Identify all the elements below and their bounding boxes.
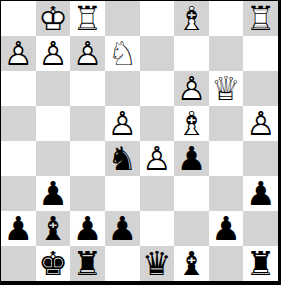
square-e8[interactable] [105, 246, 140, 281]
black-piece-glyph: ♛ [140, 246, 175, 281]
white-pawn-icon: ♟♙ [1, 36, 36, 71]
square-f6[interactable] [70, 176, 105, 211]
square-g2[interactable]: ♟♙ [36, 36, 71, 71]
square-b6[interactable] [209, 176, 244, 211]
square-h3[interactable] [1, 71, 36, 106]
white-bishop-icon: ♝♗ [174, 106, 209, 141]
white-pawn-icon: ♟♙ [243, 106, 278, 141]
square-f8[interactable]: ♜ [70, 246, 105, 281]
square-b7[interactable]: ♟ [209, 211, 244, 246]
square-d6[interactable] [140, 176, 175, 211]
square-d8[interactable]: ♛ [140, 246, 175, 281]
square-a4[interactable]: ♟♙ [243, 106, 278, 141]
black-piece-glyph: ♟ [36, 176, 71, 211]
black-pawn-icon: ♟ [174, 141, 209, 176]
square-g4[interactable] [36, 106, 71, 141]
board-frame: ♚♔♜♖♝♗♜♖♟♙♟♙♟♙♞♘♟♙♛♕♟♙♝♗♟♙♞♟♙♟♟♟♟♝♟♟♟♚♜♛… [0, 0, 281, 285]
white-piece-outline-layer: ♕ [209, 71, 244, 106]
square-a3[interactable] [243, 71, 278, 106]
white-queen-icon: ♛♕ [209, 71, 244, 106]
white-pawn-icon: ♟♙ [174, 71, 209, 106]
white-piece-outline-layer: ♙ [174, 71, 209, 106]
square-g3[interactable] [36, 71, 71, 106]
black-piece-glyph: ♟ [209, 211, 244, 246]
square-e5[interactable]: ♞ [105, 141, 140, 176]
black-rook-icon: ♜ [243, 246, 278, 281]
black-pawn-icon: ♟ [105, 211, 140, 246]
square-d1[interactable] [140, 1, 175, 36]
square-c5[interactable]: ♟ [174, 141, 209, 176]
square-h8[interactable] [1, 246, 36, 281]
square-a8[interactable]: ♜ [243, 246, 278, 281]
square-c4[interactable]: ♝♗ [174, 106, 209, 141]
black-piece-glyph: ♜ [243, 246, 278, 281]
white-bishop-icon: ♝♗ [174, 1, 209, 36]
square-e1[interactable] [105, 1, 140, 36]
square-f1[interactable]: ♜♖ [70, 1, 105, 36]
black-piece-glyph: ♞ [105, 141, 140, 176]
square-d5[interactable]: ♟♙ [140, 141, 175, 176]
square-c6[interactable] [174, 176, 209, 211]
black-piece-glyph: ♚ [36, 246, 71, 281]
black-king-icon: ♚ [36, 246, 71, 281]
square-f5[interactable] [70, 141, 105, 176]
black-rook-icon: ♜ [70, 246, 105, 281]
square-d7[interactable] [140, 211, 175, 246]
white-piece-outline-layer: ♙ [36, 36, 71, 71]
square-a6[interactable]: ♟ [243, 176, 278, 211]
square-g6[interactable]: ♟ [36, 176, 71, 211]
white-piece-outline-layer: ♙ [70, 36, 105, 71]
square-f4[interactable] [70, 106, 105, 141]
black-pawn-icon: ♟ [209, 211, 244, 246]
square-b3[interactable]: ♛♕ [209, 71, 244, 106]
square-c1[interactable]: ♝♗ [174, 1, 209, 36]
square-b8[interactable] [209, 246, 244, 281]
square-a5[interactable] [243, 141, 278, 176]
square-d2[interactable] [140, 36, 175, 71]
square-e6[interactable] [105, 176, 140, 211]
square-h4[interactable] [1, 106, 36, 141]
white-piece-outline-layer: ♖ [243, 1, 278, 36]
white-rook-icon: ♜♖ [70, 1, 105, 36]
black-knight-icon: ♞ [105, 141, 140, 176]
square-d4[interactable] [140, 106, 175, 141]
black-piece-glyph: ♟ [105, 211, 140, 246]
chess-board: ♚♔♜♖♝♗♜♖♟♙♟♙♟♙♞♘♟♙♛♕♟♙♝♗♟♙♞♟♙♟♟♟♟♝♟♟♟♚♜♛… [1, 1, 278, 281]
black-piece-glyph: ♟ [174, 141, 209, 176]
white-knight-icon: ♞♘ [105, 36, 140, 71]
black-piece-glyph: ♝ [36, 211, 71, 246]
white-king-icon: ♚♔ [36, 1, 71, 36]
black-piece-glyph: ♟ [243, 176, 278, 211]
black-pawn-icon: ♟ [70, 211, 105, 246]
white-pawn-icon: ♟♙ [140, 141, 175, 176]
white-pawn-icon: ♟♙ [70, 36, 105, 71]
square-e7[interactable]: ♟ [105, 211, 140, 246]
square-g1[interactable]: ♚♔ [36, 1, 71, 36]
square-f7[interactable]: ♟ [70, 211, 105, 246]
white-pawn-icon: ♟♙ [36, 36, 71, 71]
black-piece-glyph: ♝ [174, 246, 209, 281]
black-pawn-icon: ♟ [243, 176, 278, 211]
white-pawn-icon: ♟♙ [105, 106, 140, 141]
white-piece-outline-layer: ♘ [105, 36, 140, 71]
white-piece-outline-layer: ♔ [36, 1, 71, 36]
square-a7[interactable] [243, 211, 278, 246]
square-b4[interactable] [209, 106, 244, 141]
square-a2[interactable] [243, 36, 278, 71]
square-a1[interactable]: ♜♖ [243, 1, 278, 36]
square-h7[interactable]: ♟ [1, 211, 36, 246]
white-piece-outline-layer: ♙ [105, 106, 140, 141]
square-h6[interactable] [1, 176, 36, 211]
square-g5[interactable] [36, 141, 71, 176]
square-b5[interactable] [209, 141, 244, 176]
black-bishop-icon: ♝ [174, 246, 209, 281]
black-piece-glyph: ♟ [1, 211, 36, 246]
square-c2[interactable] [174, 36, 209, 71]
black-pawn-icon: ♟ [1, 211, 36, 246]
square-f2[interactable]: ♟♙ [70, 36, 105, 71]
black-pawn-icon: ♟ [36, 176, 71, 211]
black-piece-glyph: ♟ [70, 211, 105, 246]
white-piece-outline-layer: ♙ [140, 141, 175, 176]
white-rook-icon: ♜♖ [243, 1, 278, 36]
square-b1[interactable] [209, 1, 244, 36]
square-f3[interactable] [70, 71, 105, 106]
square-h1[interactable] [1, 1, 36, 36]
black-piece-glyph: ♜ [70, 246, 105, 281]
white-piece-outline-layer: ♙ [243, 106, 278, 141]
square-e3[interactable] [105, 71, 140, 106]
black-queen-icon: ♛ [140, 246, 175, 281]
square-h5[interactable] [1, 141, 36, 176]
square-g7[interactable]: ♝ [36, 211, 71, 246]
square-c7[interactable] [174, 211, 209, 246]
square-g8[interactable]: ♚ [36, 246, 71, 281]
square-e2[interactable]: ♞♘ [105, 36, 140, 71]
white-piece-outline-layer: ♖ [70, 1, 105, 36]
square-c8[interactable]: ♝ [174, 246, 209, 281]
white-piece-outline-layer: ♙ [1, 36, 36, 71]
square-b2[interactable] [209, 36, 244, 71]
white-piece-outline-layer: ♗ [174, 1, 209, 36]
white-piece-outline-layer: ♗ [174, 106, 209, 141]
square-e4[interactable]: ♟♙ [105, 106, 140, 141]
square-h2[interactable]: ♟♙ [1, 36, 36, 71]
square-c3[interactable]: ♟♙ [174, 71, 209, 106]
square-d3[interactable] [140, 71, 175, 106]
black-bishop-icon: ♝ [36, 211, 71, 246]
